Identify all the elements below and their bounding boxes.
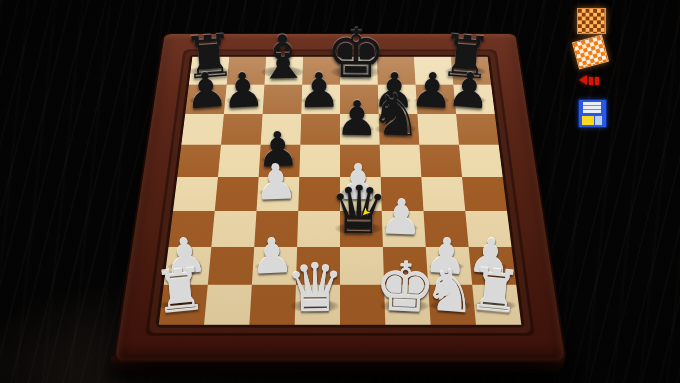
view-3d-button[interactable]: [572, 34, 609, 69]
rewind-icon: [579, 75, 587, 85]
square-a5[interactable]: [177, 145, 221, 177]
save-game-button[interactable]: [578, 99, 607, 128]
toolbar: [632, 0, 680, 140]
piece-h7-black-pawn[interactable]: ♟: [443, 64, 495, 116]
square-b2[interactable]: [207, 247, 253, 285]
square-g5[interactable]: [419, 145, 462, 177]
square-h6[interactable]: [456, 114, 499, 145]
piece-h1-white-rook[interactable]: ♜: [463, 260, 526, 323]
piece-b7-black-pawn[interactable]: ♟: [218, 64, 269, 115]
square-b1[interactable]: [204, 285, 252, 325]
piece-f6-black-knight[interactable]: ♞: [365, 85, 425, 145]
undo-rewind-button[interactable]: [579, 75, 601, 86]
view-2d-button[interactable]: [577, 8, 606, 34]
square-h5[interactable]: [458, 145, 502, 177]
piece-f3-white-pawn[interactable]: ♟: [376, 192, 426, 242]
floppy-disk-icon: [583, 102, 601, 113]
square-a4[interactable]: [173, 177, 218, 211]
square-g4[interactable]: [421, 177, 465, 211]
square-h4[interactable]: [462, 177, 507, 211]
app-background: ♜♝♚♜♟♟♟♟♟♟♟♞♟♟♟♛♟♟♟♟♟♜♛♚♞♜ ➤: [0, 0, 680, 383]
piece-c4-white-pawn[interactable]: ♟: [251, 157, 301, 207]
piece-d1-white-queen[interactable]: ♛: [282, 255, 349, 322]
piece-a1-white-rook[interactable]: ♜: [149, 260, 212, 323]
